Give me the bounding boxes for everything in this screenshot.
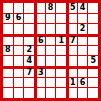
cell-r7c1[interactable] (3, 67, 13, 77)
cell-r3c9[interactable] (88, 24, 98, 34)
cell-r8c3[interactable] (24, 78, 34, 88)
cell-r9c3[interactable] (24, 88, 34, 98)
cell-r6c4[interactable] (35, 56, 45, 66)
cell-r7c8[interactable] (78, 67, 88, 77)
cell-r5c2[interactable] (14, 46, 24, 56)
cell-r4c9[interactable] (88, 35, 98, 45)
cell-r1c6[interactable] (56, 3, 66, 13)
cell-r4c7[interactable]: 7 (67, 35, 77, 45)
cell-r7c2[interactable] (14, 67, 24, 77)
cell-r6c8[interactable] (78, 56, 88, 66)
cell-r3c8[interactable]: 2 (78, 24, 88, 34)
cell-r2c2[interactable]: 6 (14, 14, 24, 24)
sudoku-board: 85496261782457316 (0, 0, 101, 101)
cell-r9c6[interactable] (56, 88, 66, 98)
cell-r7c3[interactable]: 7 (24, 67, 34, 77)
cell-r4c2[interactable] (14, 35, 24, 45)
cell-r6c7[interactable] (67, 56, 77, 66)
cell-r5c3[interactable]: 2 (24, 46, 34, 56)
cell-r5c5[interactable] (46, 46, 56, 56)
cell-r2c3[interactable] (24, 14, 34, 24)
cell-r5c6[interactable] (56, 46, 66, 56)
cell-r3c1[interactable] (3, 24, 13, 34)
cell-r7c9[interactable] (88, 67, 98, 77)
cell-r1c8[interactable]: 4 (78, 3, 88, 13)
cell-r6c5[interactable] (46, 56, 56, 66)
cell-r6c9[interactable]: 5 (88, 56, 98, 66)
cell-r8c4[interactable] (35, 78, 45, 88)
cell-r9c7[interactable] (67, 88, 77, 98)
cell-r8c8[interactable]: 6 (78, 78, 88, 88)
cell-r2c7[interactable] (67, 14, 77, 24)
cell-r6c6[interactable] (56, 56, 66, 66)
cell-r2c1[interactable]: 9 (3, 14, 13, 24)
cell-r8c5[interactable] (46, 78, 56, 88)
cell-r4c8[interactable] (78, 35, 88, 45)
cell-r3c4[interactable] (35, 24, 45, 34)
cell-r5c9[interactable] (88, 46, 98, 56)
cell-r2c8[interactable] (78, 14, 88, 24)
cell-r8c7[interactable]: 1 (67, 78, 77, 88)
cell-r2c4[interactable] (35, 14, 45, 24)
cell-r4c5[interactable] (46, 35, 56, 45)
cell-r9c5[interactable] (46, 88, 56, 98)
cell-r1c1[interactable] (3, 3, 13, 13)
cell-r2c9[interactable] (88, 14, 98, 24)
cell-r7c6[interactable] (56, 67, 66, 77)
cell-r6c2[interactable] (14, 56, 24, 66)
cell-r6c1[interactable] (3, 56, 13, 66)
cell-r7c4[interactable]: 3 (35, 67, 45, 77)
cell-r3c6[interactable] (56, 24, 66, 34)
cell-r9c1[interactable] (3, 88, 13, 98)
cell-r1c7[interactable]: 5 (67, 3, 77, 13)
cell-r2c6[interactable] (56, 14, 66, 24)
cell-r5c1[interactable]: 8 (3, 46, 13, 56)
cell-r5c8[interactable] (78, 46, 88, 56)
cell-r3c7[interactable] (67, 24, 77, 34)
cell-r1c4[interactable] (35, 3, 45, 13)
cell-r3c2[interactable] (14, 24, 24, 34)
cell-r7c7[interactable] (67, 67, 77, 77)
cell-r9c4[interactable] (35, 88, 45, 98)
cell-r4c6[interactable]: 1 (56, 35, 66, 45)
cell-r9c2[interactable] (14, 88, 24, 98)
cell-r8c9[interactable] (88, 78, 98, 88)
cell-r1c5[interactable]: 8 (46, 3, 56, 13)
cell-r5c4[interactable] (35, 46, 45, 56)
cell-r8c6[interactable] (56, 78, 66, 88)
cell-r3c5[interactable] (46, 24, 56, 34)
cell-r5c7[interactable] (67, 46, 77, 56)
cell-r7c5[interactable] (46, 67, 56, 77)
cell-r8c1[interactable] (3, 78, 13, 88)
cell-r4c1[interactable] (3, 35, 13, 45)
cell-r8c2[interactable] (14, 78, 24, 88)
cell-r1c9[interactable] (88, 3, 98, 13)
cell-r1c2[interactable] (14, 3, 24, 13)
cell-r4c3[interactable] (24, 35, 34, 45)
cell-r2c5[interactable] (46, 14, 56, 24)
cell-r4c4[interactable]: 6 (35, 35, 45, 45)
cell-r3c3[interactable] (24, 24, 34, 34)
cell-r9c8[interactable] (78, 88, 88, 98)
cell-r6c3[interactable]: 4 (24, 56, 34, 66)
cell-r1c3[interactable] (24, 3, 34, 13)
cell-r9c9[interactable] (88, 88, 98, 98)
